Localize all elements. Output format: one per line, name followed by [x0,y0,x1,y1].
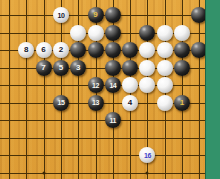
move-number: 10 [57,12,64,19]
grid-line [26,0,27,179]
stone-black [139,25,155,41]
stone-black [105,42,121,58]
stone-white [122,77,138,93]
stone-white [70,25,86,41]
move-number: 2 [59,46,63,54]
stone-black [122,42,138,58]
stone-black [105,25,121,41]
stone-white [157,60,173,76]
stone-black [174,42,190,58]
stone-black-15: 15 [53,95,69,111]
star-point [42,171,45,174]
stone-white [88,25,104,41]
move-number: 15 [57,99,64,106]
stone-black-5: 5 [53,60,69,76]
stone-white [174,25,190,41]
grid-line [199,0,200,179]
stone-white [157,25,173,41]
stone-black [105,7,121,23]
grid-line [0,173,206,174]
move-number: 14 [109,82,116,89]
move-number: 7 [41,64,45,72]
stone-white [139,42,155,58]
grid-line [44,0,45,179]
stone-white-16: 16 [139,147,155,163]
stone-black-1: 1 [174,95,190,111]
move-number: 4 [128,99,132,107]
stone-white [139,77,155,93]
grid-line [0,155,206,156]
stone-white-4: 4 [122,95,138,111]
stone-black-9: 9 [88,7,104,23]
move-number: 8 [24,46,28,54]
move-number: 16 [144,152,151,159]
stone-black-3: 3 [70,60,86,76]
stone-white [139,60,155,76]
stone-white-2: 2 [53,42,69,58]
grid-line [0,138,206,139]
stone-black [105,60,121,76]
stone-black [122,60,138,76]
star-point [146,171,149,174]
stone-white-10: 10 [53,7,69,23]
stone-white-6: 6 [36,42,52,58]
stone-black [70,42,86,58]
grid-line [61,0,62,179]
grid-line [0,120,206,121]
move-number: 1 [180,99,184,107]
move-number: 12 [92,82,99,89]
stone-black-11: 11 [105,112,121,128]
stone-white [157,95,173,111]
grid-line [9,0,10,179]
move-number: 3 [76,64,80,72]
move-number: 6 [41,46,45,54]
stone-black-13: 13 [88,95,104,111]
stone-black-7: 7 [36,60,52,76]
move-number: 13 [92,99,99,106]
move-number: 11 [110,117,116,124]
stone-black [88,42,104,58]
go-board[interactable]: 10986275312141513411116 [0,0,206,179]
stone-black-12: 12 [88,77,104,93]
stone-black [174,60,190,76]
move-number: 5 [59,64,63,72]
stone-white-8: 8 [18,42,34,58]
go-diagram-window: 10986275312141513411116 [0,0,220,179]
window-border [205,0,220,179]
stone-white [157,77,173,93]
stone-white [157,42,173,58]
move-number: 9 [93,11,97,19]
stone-black-14: 14 [105,77,121,93]
